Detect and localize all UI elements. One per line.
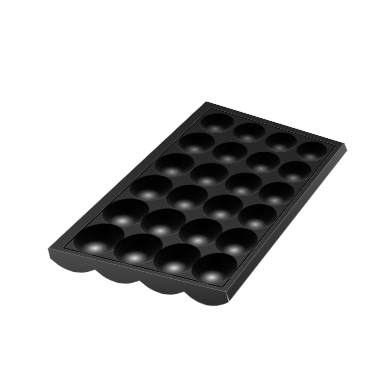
product-photo-stage (0, 0, 392, 392)
